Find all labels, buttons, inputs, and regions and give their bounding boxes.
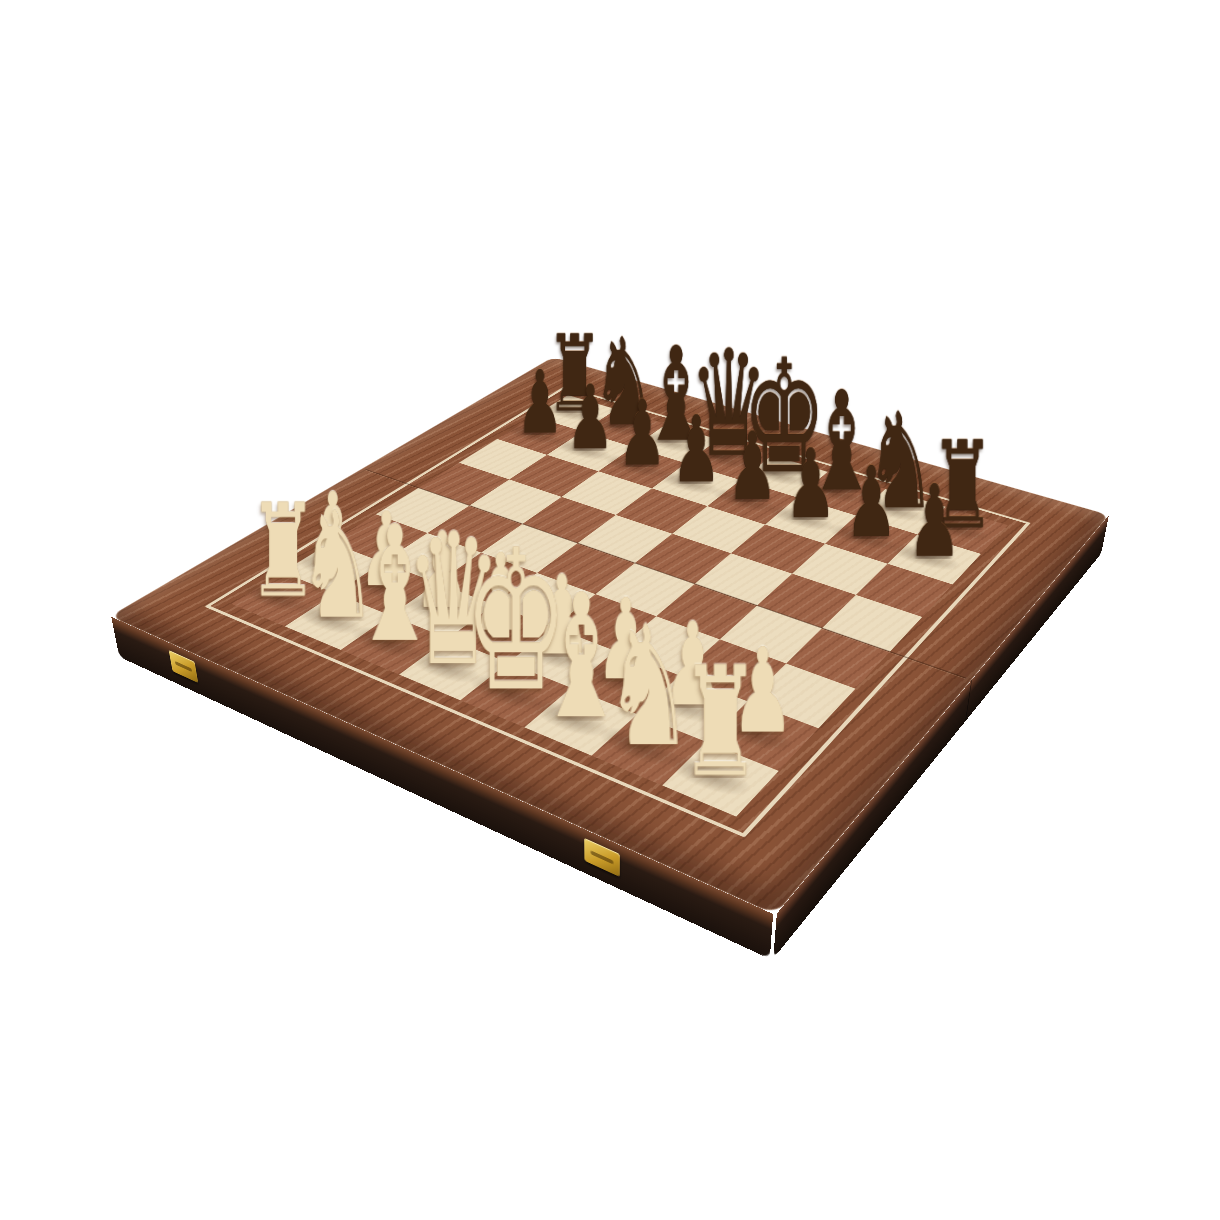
- brass-latch-right: [584, 838, 620, 877]
- white-rook-glyph: ♜: [680, 647, 761, 798]
- folding-chess-box: ♜♞♝♛♚♝♞♜♟♟♟♟♟♟♟♟♟♟♟♟♟♟♟♟♜♞♝♛♚♝♞♜: [110, 357, 1110, 915]
- brass-latch-left: [169, 650, 199, 683]
- product-photo-scene: ♜♞♝♛♚♝♞♜♟♟♟♟♟♟♟♟♟♟♟♟♟♟♟♟♜♞♝♛♚♝♞♜: [0, 0, 1220, 1220]
- piece-layer: ♜♞♝♛♚♝♞♜♟♟♟♟♟♟♟♟♟♟♟♟♟♟♟♟♜♞♝♛♚♝♞♜: [110, 357, 1110, 915]
- black-pawn-glyph: ♟: [908, 472, 962, 572]
